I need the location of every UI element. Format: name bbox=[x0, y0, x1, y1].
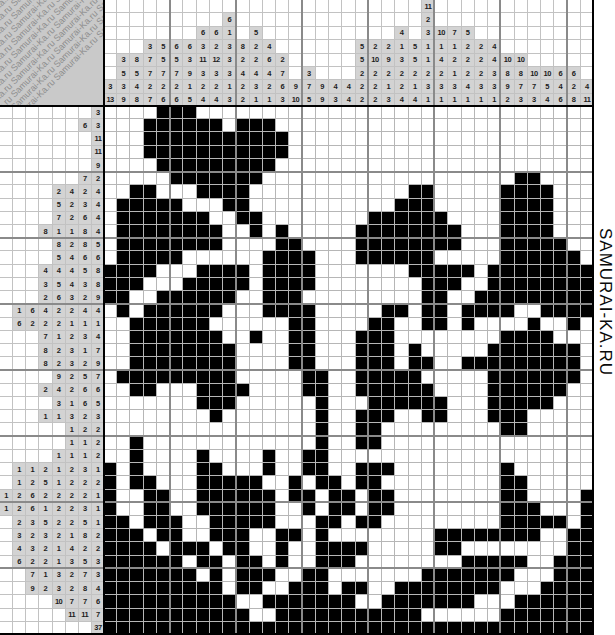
grid-cell[interactable] bbox=[316, 582, 328, 594]
grid-cell[interactable] bbox=[448, 450, 460, 462]
grid-cell[interactable] bbox=[183, 291, 195, 303]
grid-cell[interactable] bbox=[303, 529, 315, 541]
grid-cell[interactable] bbox=[422, 225, 434, 237]
grid-cell[interactable] bbox=[197, 384, 209, 396]
grid-cell[interactable] bbox=[488, 397, 500, 409]
grid-cell[interactable] bbox=[422, 595, 434, 607]
grid-cell[interactable] bbox=[435, 159, 447, 171]
grid-cell[interactable] bbox=[144, 529, 156, 541]
grid-cell[interactable] bbox=[276, 529, 288, 541]
grid-cell[interactable] bbox=[170, 582, 182, 594]
grid-cell[interactable] bbox=[210, 278, 222, 290]
grid-cell[interactable] bbox=[515, 159, 527, 171]
grid-cell[interactable] bbox=[144, 437, 156, 449]
grid-cell[interactable] bbox=[382, 397, 394, 409]
grid-cell[interactable] bbox=[329, 437, 341, 449]
grid-cell[interactable] bbox=[210, 357, 222, 369]
grid-cell[interactable] bbox=[515, 225, 527, 237]
grid-cell[interactable] bbox=[342, 582, 354, 594]
grid-cell[interactable] bbox=[170, 225, 182, 237]
grid-cell[interactable] bbox=[104, 251, 116, 263]
grid-cell[interactable] bbox=[448, 344, 460, 356]
grid-cell[interactable] bbox=[276, 146, 288, 158]
grid-cell[interactable] bbox=[409, 265, 421, 277]
grid-cell[interactable] bbox=[144, 371, 156, 383]
grid-cell[interactable] bbox=[422, 251, 434, 263]
grid-cell[interactable] bbox=[382, 595, 394, 607]
grid-cell[interactable] bbox=[250, 251, 262, 263]
grid-cell[interactable] bbox=[316, 185, 328, 197]
grid-cell[interactable] bbox=[475, 423, 487, 435]
grid-cell[interactable] bbox=[329, 371, 341, 383]
grid-cell[interactable] bbox=[117, 490, 129, 502]
grid-cell[interactable] bbox=[104, 503, 116, 515]
grid-cell[interactable] bbox=[448, 106, 460, 118]
grid-cell[interactable] bbox=[409, 503, 421, 515]
grid-cell[interactable] bbox=[369, 172, 381, 184]
grid-cell[interactable] bbox=[329, 132, 341, 144]
grid-cell[interactable] bbox=[157, 476, 169, 488]
grid-cell[interactable] bbox=[263, 450, 275, 462]
grid-cell[interactable] bbox=[356, 344, 368, 356]
grid-cell[interactable] bbox=[501, 172, 513, 184]
grid-cell[interactable] bbox=[276, 476, 288, 488]
grid-cell[interactable] bbox=[541, 490, 553, 502]
grid-cell[interactable] bbox=[342, 159, 354, 171]
grid-cell[interactable] bbox=[409, 397, 421, 409]
grid-cell[interactable] bbox=[276, 318, 288, 330]
grid-cell[interactable] bbox=[342, 199, 354, 211]
grid-cell[interactable] bbox=[356, 437, 368, 449]
grid-cell[interactable] bbox=[568, 410, 580, 422]
grid-cell[interactable] bbox=[276, 410, 288, 422]
grid-cell[interactable] bbox=[422, 185, 434, 197]
grid-cell[interactable] bbox=[117, 397, 129, 409]
grid-cell[interactable] bbox=[197, 119, 209, 131]
grid-cell[interactable] bbox=[435, 503, 447, 515]
grid-cell[interactable] bbox=[130, 582, 142, 594]
grid-cell[interactable] bbox=[104, 357, 116, 369]
grid-cell[interactable] bbox=[276, 450, 288, 462]
grid-cell[interactable] bbox=[488, 146, 500, 158]
grid-cell[interactable] bbox=[250, 132, 262, 144]
grid-cell[interactable] bbox=[409, 291, 421, 303]
grid-cell[interactable] bbox=[382, 450, 394, 462]
grid-cell[interactable] bbox=[303, 132, 315, 144]
grid-cell[interactable] bbox=[409, 199, 421, 211]
grid-cell[interactable] bbox=[236, 304, 248, 316]
grid-cell[interactable] bbox=[488, 423, 500, 435]
grid-cell[interactable] bbox=[130, 516, 142, 528]
grid-cell[interactable] bbox=[316, 119, 328, 131]
grid-cell[interactable] bbox=[528, 172, 540, 184]
grid-cell[interactable] bbox=[356, 172, 368, 184]
grid-cell[interactable] bbox=[422, 384, 434, 396]
grid-cell[interactable] bbox=[170, 318, 182, 330]
grid-cell[interactable] bbox=[329, 410, 341, 422]
grid-cell[interactable] bbox=[488, 199, 500, 211]
grid-cell[interactable] bbox=[462, 159, 474, 171]
grid-cell[interactable] bbox=[170, 437, 182, 449]
grid-cell[interactable] bbox=[501, 476, 513, 488]
grid-cell[interactable] bbox=[170, 304, 182, 316]
grid-cell[interactable] bbox=[568, 384, 580, 396]
grid-cell[interactable] bbox=[369, 199, 381, 211]
grid-cell[interactable] bbox=[263, 172, 275, 184]
grid-cell[interactable] bbox=[117, 516, 129, 528]
grid-cell[interactable] bbox=[289, 199, 301, 211]
grid-cell[interactable] bbox=[197, 265, 209, 277]
grid-cell[interactable] bbox=[157, 542, 169, 554]
grid-cell[interactable] bbox=[117, 251, 129, 263]
grid-cell[interactable] bbox=[104, 397, 116, 409]
grid-cell[interactable] bbox=[475, 595, 487, 607]
grid-cell[interactable] bbox=[117, 119, 129, 131]
grid-cell[interactable] bbox=[329, 106, 341, 118]
grid-cell[interactable] bbox=[316, 397, 328, 409]
grid-cell[interactable] bbox=[369, 132, 381, 144]
grid-cell[interactable] bbox=[130, 371, 142, 383]
grid-cell[interactable] bbox=[197, 212, 209, 224]
grid-cell[interactable] bbox=[223, 542, 235, 554]
grid-cell[interactable] bbox=[342, 278, 354, 290]
grid-cell[interactable] bbox=[250, 212, 262, 224]
grid-cell[interactable] bbox=[157, 291, 169, 303]
grid-cell[interactable] bbox=[329, 238, 341, 250]
grid-cell[interactable] bbox=[104, 344, 116, 356]
grid-cell[interactable] bbox=[104, 238, 116, 250]
grid-cell[interactable] bbox=[329, 529, 341, 541]
grid-cell[interactable] bbox=[289, 384, 301, 396]
grid-cell[interactable] bbox=[541, 291, 553, 303]
grid-cell[interactable] bbox=[236, 529, 248, 541]
grid-cell[interactable] bbox=[356, 199, 368, 211]
grid-cell[interactable] bbox=[448, 595, 460, 607]
grid-cell[interactable] bbox=[541, 542, 553, 554]
grid-cell[interactable] bbox=[541, 106, 553, 118]
grid-cell[interactable] bbox=[541, 423, 553, 435]
grid-cell[interactable] bbox=[210, 595, 222, 607]
grid-cell[interactable] bbox=[515, 265, 527, 277]
grid-cell[interactable] bbox=[382, 185, 394, 197]
grid-cell[interactable] bbox=[303, 437, 315, 449]
grid-cell[interactable] bbox=[422, 199, 434, 211]
grid-cell[interactable] bbox=[197, 410, 209, 422]
grid-cell[interactable] bbox=[462, 304, 474, 316]
grid-cell[interactable] bbox=[568, 516, 580, 528]
grid-cell[interactable] bbox=[144, 172, 156, 184]
grid-cell[interactable] bbox=[435, 476, 447, 488]
grid-cell[interactable] bbox=[303, 397, 315, 409]
grid-cell[interactable] bbox=[501, 503, 513, 515]
grid-cell[interactable] bbox=[157, 238, 169, 250]
grid-cell[interactable] bbox=[130, 423, 142, 435]
grid-cell[interactable] bbox=[501, 609, 513, 621]
grid-cell[interactable] bbox=[462, 212, 474, 224]
grid-cell[interactable] bbox=[316, 344, 328, 356]
grid-cell[interactable] bbox=[501, 119, 513, 131]
grid-cell[interactable] bbox=[263, 199, 275, 211]
grid-cell[interactable] bbox=[263, 463, 275, 475]
grid-cell[interactable] bbox=[157, 463, 169, 475]
grid-cell[interactable] bbox=[515, 185, 527, 197]
grid-cell[interactable] bbox=[369, 291, 381, 303]
grid-cell[interactable] bbox=[157, 595, 169, 607]
grid-cell[interactable] bbox=[528, 119, 540, 131]
grid-cell[interactable] bbox=[263, 265, 275, 277]
grid-cell[interactable] bbox=[250, 106, 262, 118]
grid-cell[interactable] bbox=[289, 212, 301, 224]
grid-cell[interactable] bbox=[501, 225, 513, 237]
grid-cell[interactable] bbox=[382, 212, 394, 224]
grid-cell[interactable] bbox=[369, 318, 381, 330]
grid-cell[interactable] bbox=[104, 423, 116, 435]
grid-cell[interactable] bbox=[316, 410, 328, 422]
grid-cell[interactable] bbox=[356, 185, 368, 197]
grid-cell[interactable] bbox=[369, 331, 381, 343]
grid-cell[interactable] bbox=[130, 397, 142, 409]
grid-cell[interactable] bbox=[276, 106, 288, 118]
grid-cell[interactable] bbox=[316, 212, 328, 224]
grid-cell[interactable] bbox=[448, 529, 460, 541]
grid-cell[interactable] bbox=[130, 106, 142, 118]
grid-cell[interactable] bbox=[488, 278, 500, 290]
grid-cell[interactable] bbox=[197, 132, 209, 144]
grid-cell[interactable] bbox=[117, 582, 129, 594]
grid-cell[interactable] bbox=[528, 238, 540, 250]
grid-cell[interactable] bbox=[170, 238, 182, 250]
grid-cell[interactable] bbox=[210, 238, 222, 250]
grid-cell[interactable] bbox=[197, 423, 209, 435]
grid-cell[interactable] bbox=[276, 238, 288, 250]
grid-cell[interactable] bbox=[157, 397, 169, 409]
grid-cell[interactable] bbox=[395, 503, 407, 515]
grid-cell[interactable] bbox=[475, 251, 487, 263]
grid-cell[interactable] bbox=[250, 437, 262, 449]
grid-cell[interactable] bbox=[541, 212, 553, 224]
grid-cell[interactable] bbox=[342, 384, 354, 396]
grid-cell[interactable] bbox=[528, 371, 540, 383]
grid-cell[interactable] bbox=[488, 384, 500, 396]
grid-cell[interactable] bbox=[157, 265, 169, 277]
grid-cell[interactable] bbox=[104, 318, 116, 330]
grid-cell[interactable] bbox=[515, 423, 527, 435]
grid-cell[interactable] bbox=[475, 331, 487, 343]
grid-cell[interactable] bbox=[130, 331, 142, 343]
grid-cell[interactable] bbox=[448, 371, 460, 383]
grid-cell[interactable] bbox=[117, 172, 129, 184]
grid-cell[interactable] bbox=[395, 331, 407, 343]
grid-cell[interactable] bbox=[170, 595, 182, 607]
grid-cell[interactable] bbox=[117, 529, 129, 541]
grid-cell[interactable] bbox=[448, 212, 460, 224]
grid-cell[interactable] bbox=[541, 265, 553, 277]
grid-cell[interactable] bbox=[568, 331, 580, 343]
grid-cell[interactable] bbox=[541, 199, 553, 211]
grid-cell[interactable] bbox=[409, 490, 421, 502]
grid-cell[interactable] bbox=[568, 595, 580, 607]
grid-cell[interactable] bbox=[488, 582, 500, 594]
grid-cell[interactable] bbox=[515, 542, 527, 554]
grid-cell[interactable] bbox=[342, 503, 354, 515]
grid-cell[interactable] bbox=[303, 384, 315, 396]
grid-cell[interactable] bbox=[435, 185, 447, 197]
grid-cell[interactable] bbox=[276, 185, 288, 197]
grid-cell[interactable] bbox=[541, 463, 553, 475]
grid-cell[interactable] bbox=[488, 476, 500, 488]
grid-cell[interactable] bbox=[316, 516, 328, 528]
grid-cell[interactable] bbox=[144, 291, 156, 303]
grid-cell[interactable] bbox=[117, 410, 129, 422]
grid-cell[interactable] bbox=[236, 476, 248, 488]
grid-cell[interactable] bbox=[117, 595, 129, 607]
grid-cell[interactable] bbox=[276, 199, 288, 211]
grid-cell[interactable] bbox=[144, 357, 156, 369]
grid-cell[interactable] bbox=[250, 278, 262, 290]
grid-cell[interactable] bbox=[104, 595, 116, 607]
grid-cell[interactable] bbox=[541, 238, 553, 250]
grid-cell[interactable] bbox=[462, 437, 474, 449]
grid-cell[interactable] bbox=[329, 609, 341, 621]
grid-cell[interactable] bbox=[422, 344, 434, 356]
grid-cell[interactable] bbox=[501, 595, 513, 607]
grid-cell[interactable] bbox=[448, 609, 460, 621]
grid-cell[interactable] bbox=[289, 225, 301, 237]
grid-cell[interactable] bbox=[276, 331, 288, 343]
grid-cell[interactable] bbox=[395, 569, 407, 581]
grid-cell[interactable] bbox=[356, 384, 368, 396]
grid-cell[interactable] bbox=[462, 344, 474, 356]
grid-cell[interactable] bbox=[157, 450, 169, 462]
grid-cell[interactable] bbox=[448, 384, 460, 396]
grid-cell[interactable] bbox=[144, 423, 156, 435]
grid-cell[interactable] bbox=[236, 119, 248, 131]
grid-cell[interactable] bbox=[342, 450, 354, 462]
grid-cell[interactable] bbox=[369, 516, 381, 528]
grid-cell[interactable] bbox=[448, 357, 460, 369]
grid-cell[interactable] bbox=[409, 185, 421, 197]
grid-cell[interactable] bbox=[448, 159, 460, 171]
grid-cell[interactable] bbox=[157, 132, 169, 144]
grid-cell[interactable] bbox=[435, 569, 447, 581]
grid-cell[interactable] bbox=[488, 291, 500, 303]
grid-cell[interactable] bbox=[303, 609, 315, 621]
grid-cell[interactable] bbox=[435, 265, 447, 277]
grid-cell[interactable] bbox=[316, 371, 328, 383]
grid-cell[interactable] bbox=[303, 331, 315, 343]
grid-cell[interactable] bbox=[541, 225, 553, 237]
grid-cell[interactable] bbox=[117, 265, 129, 277]
grid-cell[interactable] bbox=[541, 185, 553, 197]
grid-cell[interactable] bbox=[144, 476, 156, 488]
grid-cell[interactable] bbox=[528, 132, 540, 144]
grid-cell[interactable] bbox=[250, 185, 262, 197]
grid-cell[interactable] bbox=[475, 344, 487, 356]
grid-cell[interactable] bbox=[515, 529, 527, 541]
grid-cell[interactable] bbox=[117, 609, 129, 621]
grid-cell[interactable] bbox=[515, 278, 527, 290]
grid-cell[interactable] bbox=[422, 371, 434, 383]
grid-cell[interactable] bbox=[316, 463, 328, 475]
grid-cell[interactable] bbox=[528, 397, 540, 409]
grid-cell[interactable] bbox=[157, 106, 169, 118]
grid-cell[interactable] bbox=[475, 437, 487, 449]
grid-cell[interactable] bbox=[117, 357, 129, 369]
grid-cell[interactable] bbox=[263, 119, 275, 131]
grid-cell[interactable] bbox=[263, 278, 275, 290]
grid-cell[interactable] bbox=[117, 199, 129, 211]
grid-cell[interactable] bbox=[329, 397, 341, 409]
grid-cell[interactable] bbox=[316, 331, 328, 343]
grid-cell[interactable] bbox=[369, 437, 381, 449]
grid-cell[interactable] bbox=[104, 199, 116, 211]
grid-cell[interactable] bbox=[515, 490, 527, 502]
grid-cell[interactable] bbox=[144, 542, 156, 554]
grid-cell[interactable] bbox=[448, 132, 460, 144]
grid-cell[interactable] bbox=[369, 357, 381, 369]
grid-cell[interactable] bbox=[104, 265, 116, 277]
grid-cell[interactable] bbox=[342, 318, 354, 330]
grid-cell[interactable] bbox=[568, 503, 580, 515]
grid-cell[interactable] bbox=[541, 119, 553, 131]
grid-cell[interactable] bbox=[568, 450, 580, 462]
grid-cell[interactable] bbox=[144, 503, 156, 515]
grid-cell[interactable] bbox=[382, 146, 394, 158]
grid-cell[interactable] bbox=[130, 542, 142, 554]
grid-cell[interactable] bbox=[435, 119, 447, 131]
grid-cell[interactable] bbox=[223, 476, 235, 488]
grid-cell[interactable] bbox=[117, 371, 129, 383]
grid-cell[interactable] bbox=[117, 344, 129, 356]
grid-cell[interactable] bbox=[475, 225, 487, 237]
grid-cell[interactable] bbox=[117, 318, 129, 330]
grid-cell[interactable] bbox=[462, 146, 474, 158]
grid-cell[interactable] bbox=[289, 185, 301, 197]
grid-cell[interactable] bbox=[395, 225, 407, 237]
grid-cell[interactable] bbox=[210, 542, 222, 554]
grid-cell[interactable] bbox=[223, 146, 235, 158]
grid-cell[interactable] bbox=[409, 542, 421, 554]
grid-cell[interactable] bbox=[170, 410, 182, 422]
grid-cell[interactable] bbox=[210, 371, 222, 383]
grid-cell[interactable] bbox=[303, 582, 315, 594]
grid-cell[interactable] bbox=[276, 291, 288, 303]
grid-cell[interactable] bbox=[422, 265, 434, 277]
grid-cell[interactable] bbox=[276, 119, 288, 131]
grid-cell[interactable] bbox=[342, 529, 354, 541]
grid-cell[interactable] bbox=[329, 384, 341, 396]
grid-cell[interactable] bbox=[197, 397, 209, 409]
grid-cell[interactable] bbox=[395, 132, 407, 144]
grid-cell[interactable] bbox=[250, 331, 262, 343]
grid-cell[interactable] bbox=[130, 595, 142, 607]
grid-cell[interactable] bbox=[488, 225, 500, 237]
grid-cell[interactable] bbox=[289, 463, 301, 475]
grid-cell[interactable] bbox=[475, 318, 487, 330]
grid-cell[interactable] bbox=[236, 437, 248, 449]
grid-cell[interactable] bbox=[515, 437, 527, 449]
grid-cell[interactable] bbox=[210, 119, 222, 131]
grid-cell[interactable] bbox=[289, 516, 301, 528]
grid-cell[interactable] bbox=[422, 463, 434, 475]
grid-cell[interactable] bbox=[276, 371, 288, 383]
grid-cell[interactable] bbox=[568, 304, 580, 316]
grid-cell[interactable] bbox=[475, 542, 487, 554]
grid-cell[interactable] bbox=[130, 265, 142, 277]
grid-cell[interactable] bbox=[197, 357, 209, 369]
grid-cell[interactable] bbox=[541, 146, 553, 158]
grid-cell[interactable] bbox=[197, 371, 209, 383]
